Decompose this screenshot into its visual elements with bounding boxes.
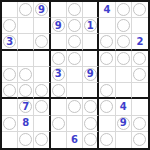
odd-circle (133, 52, 146, 65)
cell-r2c9[interactable] (132, 18, 148, 34)
odd-circle: 9 (84, 68, 97, 81)
odd-circle (68, 19, 81, 32)
odd-circle (133, 68, 146, 81)
odd-circle (100, 84, 113, 97)
odd-circle (117, 35, 130, 48)
cell-r1c8[interactable] (116, 2, 132, 18)
cell-r8c4[interactable] (51, 116, 67, 132)
cell-r3c4[interactable] (51, 34, 67, 50)
cell-r9c2[interactable] (18, 132, 34, 148)
given-digit: 7 (22, 102, 29, 112)
odd-circle (3, 84, 16, 97)
odd-circle (100, 52, 113, 65)
given-digit: 3 (55, 69, 62, 79)
odd-circle (19, 68, 32, 81)
odd-circle (52, 117, 65, 130)
cell-r3c6[interactable] (83, 34, 99, 50)
cell-r5c7[interactable] (99, 67, 115, 83)
cell-r1c9[interactable] (132, 2, 148, 18)
cell-r2c1[interactable] (2, 18, 18, 34)
given-digit: 9 (87, 69, 94, 79)
cell-r2c2[interactable] (18, 18, 34, 34)
cell-r7c1[interactable] (2, 99, 18, 115)
cell-r1c3[interactable]: 9 (34, 2, 50, 18)
odd-circle (35, 100, 48, 113)
cell-r2c8[interactable] (116, 18, 132, 34)
odd-circle (68, 100, 81, 113)
cell-r6c2[interactable] (18, 83, 34, 99)
odd-circle (68, 35, 81, 48)
cell-r3c5[interactable] (67, 34, 83, 50)
given-digit: 2 (136, 37, 143, 47)
cell-r7c3[interactable] (34, 99, 50, 115)
odd-circle (133, 3, 146, 16)
odd-circle: 9 (117, 117, 130, 130)
cell-r2c7[interactable] (99, 18, 115, 34)
odd-circle (133, 117, 146, 130)
odd-circle (100, 35, 113, 48)
given-digit: 6 (71, 135, 78, 145)
odd-circle (68, 3, 81, 16)
cell-r9c9[interactable] (132, 132, 148, 148)
odd-circle: 1 (84, 19, 97, 32)
cell-r1c6[interactable] (83, 2, 99, 18)
cell-r7c4[interactable] (51, 99, 67, 115)
cell-r9c4[interactable] (51, 132, 67, 148)
odd-circle (117, 19, 130, 32)
cell-r1c2[interactable] (18, 2, 34, 18)
cell-r6c1[interactable] (2, 83, 18, 99)
cell-r4c1[interactable] (2, 51, 18, 67)
odd-circle (117, 52, 130, 65)
odd-circle (100, 133, 113, 146)
odd-circle: 3 (3, 35, 16, 48)
given-digit: 4 (120, 102, 127, 112)
sudoku-board: 9491323974896 (0, 0, 150, 150)
odd-circle (3, 117, 16, 130)
odd-circle (84, 100, 97, 113)
cell-r5c9[interactable] (132, 67, 148, 83)
odd-circle: 3 (52, 68, 65, 81)
cell-r9c6[interactable] (83, 132, 99, 148)
odd-circle (100, 100, 113, 113)
cell-r4c9[interactable] (132, 51, 148, 67)
cell-r6c7[interactable] (99, 83, 115, 99)
cell-r1c4[interactable] (51, 2, 67, 18)
cell-r2c5[interactable] (67, 18, 83, 34)
cell-r8c3[interactable] (34, 116, 50, 132)
cell-r4c3[interactable] (34, 51, 50, 67)
cell-r8c7[interactable] (99, 116, 115, 132)
cell-r6c9[interactable] (132, 83, 148, 99)
odd-circle (84, 133, 97, 146)
cell-r9c3[interactable] (34, 132, 50, 148)
cell-r9c8[interactable] (116, 132, 132, 148)
cell-r5c6[interactable]: 9 (83, 67, 99, 83)
cell-r7c8[interactable]: 4 (116, 99, 132, 115)
given-digit: 8 (22, 118, 29, 128)
cell-r8c6[interactable] (83, 116, 99, 132)
cell-r5c3[interactable] (34, 67, 50, 83)
cell-r6c8[interactable] (116, 83, 132, 99)
cell-r5c1[interactable] (2, 67, 18, 83)
cell-r7c9[interactable] (132, 99, 148, 115)
odd-circle (117, 3, 130, 16)
cell-r7c5[interactable] (67, 99, 83, 115)
cell-r3c2[interactable] (18, 34, 34, 50)
odd-circle (19, 133, 32, 146)
cell-r5c8[interactable] (116, 67, 132, 83)
cell-r3c9[interactable]: 2 (132, 34, 148, 50)
cell-r4c8[interactable] (116, 51, 132, 67)
odd-circle (3, 19, 16, 32)
odd-circle (68, 52, 81, 65)
odd-circle (35, 133, 48, 146)
odd-circle: 9 (35, 3, 48, 16)
cell-r2c6[interactable]: 1 (83, 18, 99, 34)
odd-circle (84, 117, 97, 130)
cell-r5c4[interactable]: 3 (51, 67, 67, 83)
cell-r5c2[interactable] (18, 67, 34, 83)
cell-r3c8[interactable] (116, 34, 132, 50)
cell-r8c5[interactable] (67, 116, 83, 132)
cell-r3c7[interactable] (99, 34, 115, 50)
odd-circle (35, 35, 48, 48)
cell-r2c4[interactable]: 9 (51, 18, 67, 34)
odd-circle (52, 84, 65, 97)
odd-circle (3, 68, 16, 81)
given-digit: 1 (87, 21, 94, 31)
odd-circle: 9 (52, 19, 65, 32)
cell-r9c7[interactable] (99, 132, 115, 148)
given-digit: 3 (6, 37, 13, 47)
cell-r8c8[interactable]: 9 (116, 116, 132, 132)
cell-r4c2[interactable] (18, 51, 34, 67)
cell-r6c5[interactable] (67, 83, 83, 99)
cell-r4c6[interactable] (83, 51, 99, 67)
odd-circle (35, 84, 48, 97)
cell-r4c5[interactable] (67, 51, 83, 67)
cell-r2c3[interactable] (34, 18, 50, 34)
cell-r1c7[interactable]: 4 (99, 2, 115, 18)
cell-r6c3[interactable] (34, 83, 50, 99)
odd-circle (133, 133, 146, 146)
cell-r8c1[interactable] (2, 116, 18, 132)
odd-circle (52, 52, 65, 65)
cell-r9c5[interactable]: 6 (67, 132, 83, 148)
cell-r6c6[interactable] (83, 83, 99, 99)
given-digit: 9 (38, 5, 45, 15)
cell-r4c4[interactable] (51, 51, 67, 67)
cell-r7c7[interactable] (99, 99, 115, 115)
given-digit: 4 (103, 5, 110, 15)
given-digit: 9 (55, 21, 62, 31)
given-digit: 9 (120, 118, 127, 128)
cell-r4c7[interactable] (99, 51, 115, 67)
cell-r7c6[interactable] (83, 99, 99, 115)
cell-r1c5[interactable] (67, 2, 83, 18)
cell-r3c3[interactable] (34, 34, 50, 50)
cell-r8c2[interactable]: 8 (18, 116, 34, 132)
odd-circle: 7 (19, 100, 32, 113)
odd-circle (19, 84, 32, 97)
cell-r6c4[interactable] (51, 83, 67, 99)
cell-r3c1[interactable]: 3 (2, 34, 18, 50)
cell-r7c2[interactable]: 7 (18, 99, 34, 115)
cell-r8c9[interactable] (132, 116, 148, 132)
cell-r5c5[interactable] (67, 67, 83, 83)
cell-r1c1[interactable] (2, 2, 18, 18)
odd-circle (19, 3, 32, 16)
cell-r9c1[interactable] (2, 132, 18, 148)
